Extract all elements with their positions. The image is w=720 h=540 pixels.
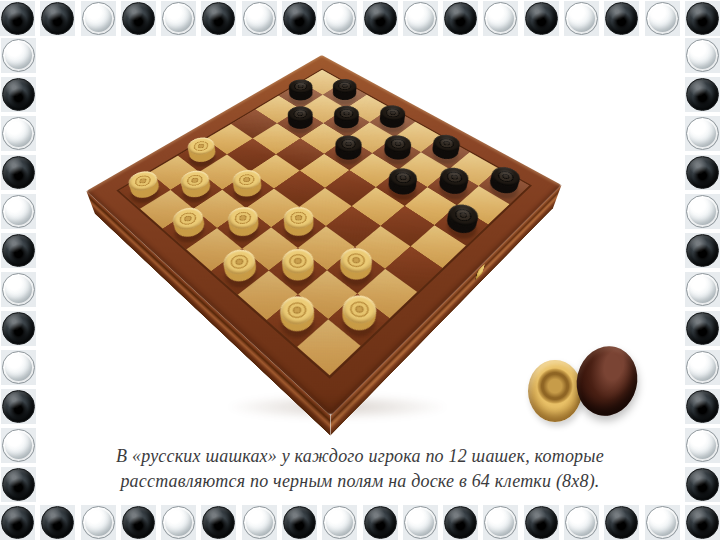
border-checker-tile <box>0 505 35 540</box>
black-checker-icon <box>2 156 35 189</box>
black-checker-icon <box>2 312 35 345</box>
white-checker-icon <box>2 195 35 228</box>
black-checker-icon <box>444 2 477 35</box>
border-checker-tile <box>0 1 35 36</box>
decorative-border-bottom <box>0 504 720 540</box>
white-checker-icon <box>2 429 35 462</box>
white-checker-icon <box>686 273 719 306</box>
border-checker-tile <box>685 1 720 36</box>
white-checker-icon <box>646 2 679 35</box>
border-checker-tile <box>685 194 720 229</box>
black-checker-icon <box>2 390 35 423</box>
board-square <box>231 109 277 138</box>
checker-piece-white <box>211 249 269 295</box>
border-checker-tile <box>363 1 398 36</box>
border-checker-tile <box>201 1 236 36</box>
border-checker-tile <box>201 505 236 540</box>
black-checker-icon <box>444 506 477 539</box>
white-checker-icon <box>2 351 35 384</box>
border-checker-tile <box>685 77 720 112</box>
black-checker-icon <box>364 506 397 539</box>
border-checker-tile <box>604 1 639 36</box>
border-checker-tile <box>685 272 720 307</box>
black-checker-icon <box>686 78 719 111</box>
black-checker-icon <box>686 468 719 501</box>
border-checker-tile <box>81 505 116 540</box>
checker-piece-black <box>421 137 469 169</box>
black-checker-icon <box>2 234 35 267</box>
checker-piece-black <box>373 137 421 169</box>
checker-piece-black <box>324 138 372 170</box>
border-checker-tile <box>685 467 720 502</box>
caption-line-1: В «русских шашках» у каждого игрока по 1… <box>116 446 604 466</box>
border-checker-tile <box>1 467 36 502</box>
white-checker-icon <box>404 506 437 539</box>
white-checker-icon <box>323 2 356 35</box>
border-checker-tile <box>1 389 36 424</box>
checker-piece-black <box>427 169 478 205</box>
decorative-border-right <box>684 38 720 502</box>
board-square <box>227 139 276 172</box>
border-checker-tile <box>1 155 36 190</box>
board-square <box>380 206 434 247</box>
border-checker-tile <box>685 389 720 424</box>
white-checker-icon <box>2 39 35 72</box>
checker-piece-black <box>434 205 488 246</box>
border-checker-tile <box>645 1 680 36</box>
board-square <box>325 170 376 206</box>
border-checker-tile <box>685 311 720 346</box>
black-checker-icon <box>605 506 638 539</box>
border-checker-tile <box>524 505 559 540</box>
white-checker-icon <box>82 2 115 35</box>
black-checker-icon <box>686 312 719 345</box>
checker-piece-black <box>323 82 367 108</box>
white-checker-icon <box>404 2 437 35</box>
white-checker-icon <box>323 506 356 539</box>
border-checker-tile <box>685 350 720 385</box>
border-checker-tile <box>483 1 518 36</box>
border-checker-tile <box>685 233 720 268</box>
border-checker-tile <box>685 155 720 190</box>
border-checker-tile <box>685 116 720 151</box>
border-checker-tile <box>483 505 518 540</box>
black-checker-icon <box>122 2 155 35</box>
caption: В «русских шашках» у каждого игрока по 1… <box>45 444 675 494</box>
border-checker-tile <box>685 428 720 463</box>
border-checker-tile <box>161 1 196 36</box>
checker-piece-white <box>266 294 328 347</box>
caption-line-2: расставляются по черным полям на доске в… <box>120 471 599 491</box>
border-checker-tile <box>564 1 599 36</box>
white-checker-icon <box>2 117 35 150</box>
white-checker-icon <box>243 2 276 35</box>
board-frame <box>86 55 561 416</box>
black-checker-icon <box>364 2 397 35</box>
black-checker-icon <box>41 506 74 539</box>
black-checker-icon <box>41 2 74 35</box>
white-checker-icon <box>162 2 195 35</box>
border-checker-tile <box>81 1 116 36</box>
border-checker-tile <box>363 505 398 540</box>
border-checker-tile <box>242 1 277 36</box>
checker-piece-black <box>478 168 529 204</box>
checker-piece-white <box>162 208 217 249</box>
black-checker-icon <box>2 468 35 501</box>
white-checker-icon <box>686 351 719 384</box>
border-checker-tile <box>1 77 36 112</box>
border-checker-tile <box>604 505 639 540</box>
black-checker-icon <box>525 506 558 539</box>
border-checker-tile <box>40 1 75 36</box>
border-checker-tile <box>322 505 357 540</box>
checker-piece-black <box>279 82 323 109</box>
checker-piece-white <box>119 172 171 209</box>
border-checker-tile <box>1 194 36 229</box>
white-checker-icon <box>2 273 35 306</box>
black-checker-icon <box>686 156 719 189</box>
black-checker-icon <box>525 2 558 35</box>
border-checker-tile <box>161 505 196 540</box>
white-checker-icon <box>484 2 517 35</box>
white-checker-icon <box>686 39 719 72</box>
black-checker-icon <box>202 2 235 35</box>
border-checker-tile <box>403 1 438 36</box>
border-checker-tile <box>1 428 36 463</box>
border-checker-tile <box>40 505 75 540</box>
border-checker-tile <box>685 505 720 540</box>
border-checker-tile <box>121 505 156 540</box>
checker-pieces-photo <box>520 338 652 438</box>
checker-piece-black <box>369 108 415 137</box>
checker-piece-white <box>178 139 227 172</box>
black-checker-icon <box>686 2 719 35</box>
light-checker-piece <box>528 360 582 422</box>
decorative-border-left <box>0 38 36 502</box>
checker-piece-white <box>217 208 272 249</box>
border-checker-tile <box>1 350 36 385</box>
border-checker-tile <box>1 311 36 346</box>
border-checker-tile <box>282 505 317 540</box>
checker-piece-white <box>269 248 327 294</box>
border-checker-tile <box>645 505 680 540</box>
checkers-board <box>86 55 561 416</box>
black-checker-icon <box>2 78 35 111</box>
white-checker-icon <box>162 506 195 539</box>
white-checker-icon <box>686 117 719 150</box>
border-checker-tile <box>282 1 317 36</box>
board-3d-scene <box>95 0 555 388</box>
black-checker-icon <box>283 506 316 539</box>
white-checker-icon <box>646 506 679 539</box>
border-checker-tile <box>564 505 599 540</box>
black-checker-icon <box>283 2 316 35</box>
white-checker-icon <box>243 506 276 539</box>
black-checker-icon <box>1 2 34 35</box>
border-checker-tile <box>403 505 438 540</box>
checker-piece-white <box>171 172 223 208</box>
white-checker-icon <box>686 429 719 462</box>
checker-piece-black <box>376 169 427 205</box>
black-checker-icon <box>605 2 638 35</box>
checker-piece-black <box>323 108 369 137</box>
white-checker-icon <box>82 506 115 539</box>
black-checker-icon <box>686 390 719 423</box>
border-checker-tile <box>443 1 478 36</box>
black-checker-icon <box>202 506 235 539</box>
checker-piece-white <box>272 207 326 248</box>
checker-piece-white <box>222 171 273 207</box>
border-checker-tile <box>1 233 36 268</box>
board-grid <box>119 70 529 376</box>
black-checker-icon <box>686 506 719 539</box>
black-checker-icon <box>1 506 34 539</box>
dark-checker-piece <box>569 340 644 422</box>
black-checker-icon <box>686 234 719 267</box>
border-checker-tile <box>1 272 36 307</box>
border-checker-tile <box>1 38 36 73</box>
board-square <box>274 171 325 207</box>
white-checker-icon <box>565 2 598 35</box>
border-checker-tile <box>524 1 559 36</box>
border-checker-tile <box>242 505 277 540</box>
border-checker-tile <box>121 1 156 36</box>
border-checker-tile <box>322 1 357 36</box>
decorative-border-top <box>0 0 720 36</box>
border-checker-tile <box>1 116 36 151</box>
white-checker-icon <box>686 195 719 228</box>
checker-piece-black <box>277 109 323 138</box>
board-square <box>326 206 380 247</box>
black-checker-icon <box>122 506 155 539</box>
white-checker-icon <box>484 506 517 539</box>
board-square <box>385 246 443 292</box>
checker-piece-white <box>327 247 385 293</box>
border-checker-tile <box>685 38 720 73</box>
border-checker-tile <box>443 505 478 540</box>
checker-piece-white <box>328 293 390 346</box>
white-checker-icon <box>565 506 598 539</box>
board-square <box>276 138 325 171</box>
